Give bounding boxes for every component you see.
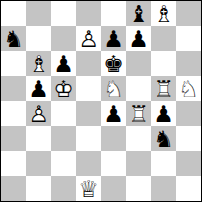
square-e3[interactable] xyxy=(101,126,126,151)
square-b6[interactable]: ♝♗ xyxy=(26,51,51,76)
square-h2[interactable] xyxy=(176,151,201,176)
white-rook-g5-fill: ♜ xyxy=(151,76,176,101)
black-knight-a7: ♞ xyxy=(1,26,26,51)
square-d8[interactable] xyxy=(76,1,101,26)
square-e6[interactable]: ♚ xyxy=(101,51,126,76)
white-knight-h5-fill: ♞ xyxy=(176,76,201,101)
white-pawn-b4: ♙ xyxy=(26,101,51,126)
black-pawn-e7: ♟ xyxy=(101,26,126,51)
square-h6[interactable] xyxy=(176,51,201,76)
square-a4[interactable] xyxy=(1,101,26,126)
square-g4[interactable]: ♟ xyxy=(151,101,176,126)
black-knight-g3: ♞ xyxy=(151,126,176,151)
white-bishop-b6: ♗ xyxy=(26,51,51,76)
square-d2[interactable] xyxy=(76,151,101,176)
square-b1[interactable] xyxy=(26,176,51,201)
square-h7[interactable] xyxy=(176,26,201,51)
square-f1[interactable] xyxy=(126,176,151,201)
square-c1[interactable] xyxy=(51,176,76,201)
square-e8[interactable] xyxy=(101,1,126,26)
square-c4[interactable] xyxy=(51,101,76,126)
square-h4[interactable] xyxy=(176,101,201,126)
white-knight-h5: ♘ xyxy=(176,76,201,101)
black-pawn-b5: ♟ xyxy=(26,76,51,101)
square-c3[interactable] xyxy=(51,126,76,151)
square-c7[interactable] xyxy=(51,26,76,51)
black-pawn-c6: ♟ xyxy=(51,51,76,76)
square-f2[interactable] xyxy=(126,151,151,176)
square-a2[interactable] xyxy=(1,151,26,176)
square-e2[interactable] xyxy=(101,151,126,176)
square-h5[interactable]: ♞♘ xyxy=(176,76,201,101)
square-h8[interactable] xyxy=(176,1,201,26)
square-g2[interactable] xyxy=(151,151,176,176)
white-bishop-g8-fill: ♝ xyxy=(151,1,176,26)
square-d1[interactable]: ♛♕ xyxy=(76,176,101,201)
square-f3[interactable] xyxy=(126,126,151,151)
white-pawn-d7-fill: ♟ xyxy=(76,26,101,51)
square-f6[interactable] xyxy=(126,51,151,76)
black-pawn-f7: ♟ xyxy=(126,26,151,51)
white-pawn-b4-fill: ♟ xyxy=(26,101,51,126)
white-rook-f4: ♖ xyxy=(126,101,151,126)
square-g3[interactable]: ♞ xyxy=(151,126,176,151)
square-c8[interactable] xyxy=(51,1,76,26)
square-d5[interactable] xyxy=(76,76,101,101)
black-king-e6: ♚ xyxy=(101,51,126,76)
square-c2[interactable] xyxy=(51,151,76,176)
square-g7[interactable] xyxy=(151,26,176,51)
black-pawn-g4: ♟ xyxy=(151,101,176,126)
square-b7[interactable] xyxy=(26,26,51,51)
square-f4[interactable]: ♜♖ xyxy=(126,101,151,126)
square-h1[interactable] xyxy=(176,176,201,201)
square-a3[interactable] xyxy=(1,126,26,151)
white-rook-g5: ♖ xyxy=(151,76,176,101)
white-queen-d1-fill: ♛ xyxy=(76,176,101,201)
white-bishop-b6-fill: ♝ xyxy=(26,51,51,76)
chess-board: ♝♝♗♞♟♙♟♟♝♗♟♚♟♚♔♞♘♜♖♞♘♟♙♟♜♖♟♞♛♕ xyxy=(0,0,202,202)
square-d3[interactable] xyxy=(76,126,101,151)
square-e5[interactable]: ♞♘ xyxy=(101,76,126,101)
white-knight-e5: ♘ xyxy=(101,76,126,101)
square-e1[interactable] xyxy=(101,176,126,201)
square-a8[interactable] xyxy=(1,1,26,26)
square-g8[interactable]: ♝♗ xyxy=(151,1,176,26)
square-f5[interactable] xyxy=(126,76,151,101)
square-f7[interactable]: ♟ xyxy=(126,26,151,51)
square-e4[interactable]: ♟ xyxy=(101,101,126,126)
square-f8[interactable]: ♝ xyxy=(126,1,151,26)
white-bishop-g8: ♗ xyxy=(151,1,176,26)
square-a6[interactable] xyxy=(1,51,26,76)
white-queen-d1: ♕ xyxy=(76,176,101,201)
square-a7[interactable]: ♞ xyxy=(1,26,26,51)
white-king-c5: ♔ xyxy=(51,76,76,101)
square-a5[interactable] xyxy=(1,76,26,101)
white-king-c5-fill: ♚ xyxy=(51,76,76,101)
square-d4[interactable] xyxy=(76,101,101,126)
black-bishop-f8: ♝ xyxy=(126,1,151,26)
square-b8[interactable] xyxy=(26,1,51,26)
square-d6[interactable] xyxy=(76,51,101,76)
black-pawn-e4: ♟ xyxy=(101,101,126,126)
square-b2[interactable] xyxy=(26,151,51,176)
square-b3[interactable] xyxy=(26,126,51,151)
square-e7[interactable]: ♟ xyxy=(101,26,126,51)
square-g1[interactable] xyxy=(151,176,176,201)
square-d7[interactable]: ♟♙ xyxy=(76,26,101,51)
white-pawn-d7: ♙ xyxy=(76,26,101,51)
square-a1[interactable] xyxy=(1,176,26,201)
white-rook-f4-fill: ♜ xyxy=(126,101,151,126)
square-g5[interactable]: ♜♖ xyxy=(151,76,176,101)
square-g6[interactable] xyxy=(151,51,176,76)
square-c6[interactable]: ♟ xyxy=(51,51,76,76)
square-b4[interactable]: ♟♙ xyxy=(26,101,51,126)
square-h3[interactable] xyxy=(176,126,201,151)
white-knight-e5-fill: ♞ xyxy=(101,76,126,101)
square-c5[interactable]: ♚♔ xyxy=(51,76,76,101)
square-b5[interactable]: ♟ xyxy=(26,76,51,101)
